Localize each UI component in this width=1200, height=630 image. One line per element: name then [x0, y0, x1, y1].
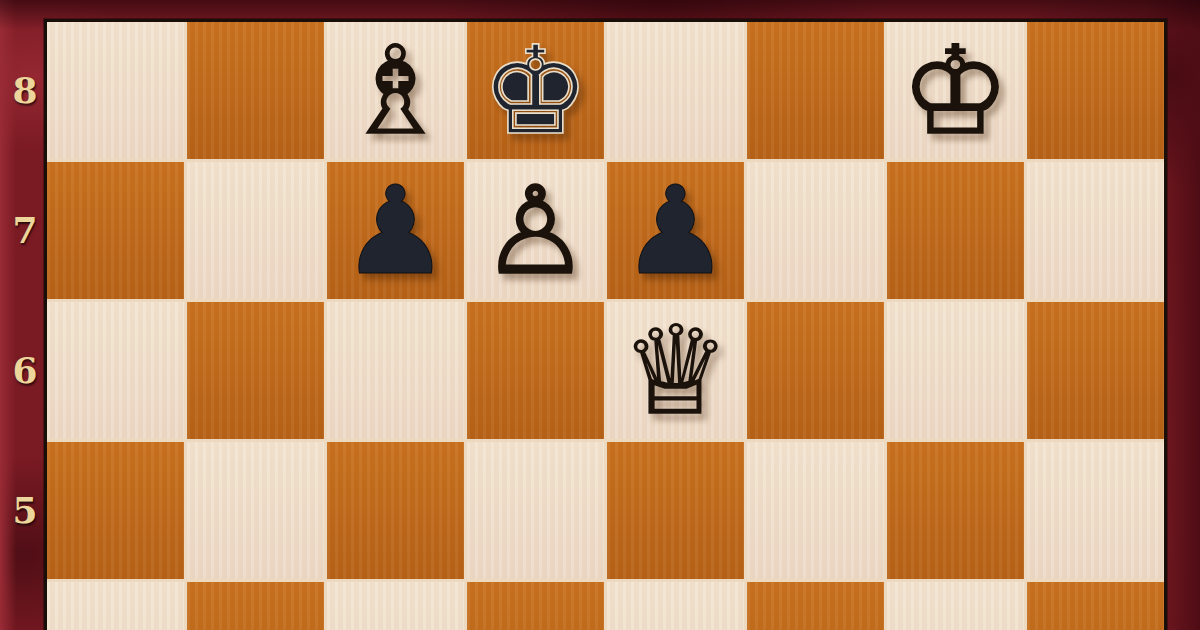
square-h8[interactable] — [1027, 22, 1164, 159]
black-pawn-c7: ♟ — [341, 170, 450, 292]
square-b5[interactable] — [187, 442, 324, 579]
white-bishop-c8: ♗ — [341, 30, 450, 152]
square-e6[interactable]: ♕ — [607, 302, 744, 439]
square-g4[interactable] — [887, 582, 1024, 630]
rank-label-6: 6 — [12, 349, 38, 391]
square-e8[interactable] — [607, 22, 744, 159]
square-f8[interactable] — [747, 22, 884, 159]
black-pawn-e7: ♟ — [621, 170, 730, 292]
square-c4[interactable] — [327, 582, 464, 630]
square-f5[interactable] — [747, 442, 884, 579]
square-c6[interactable] — [327, 302, 464, 439]
white-queen-e6: ♕ — [621, 310, 730, 432]
square-f4[interactable] — [747, 582, 884, 630]
black-king-d8: ♚ — [481, 30, 590, 152]
square-f6[interactable] — [747, 302, 884, 439]
square-d5[interactable] — [467, 442, 604, 579]
square-a5[interactable] — [47, 442, 184, 579]
square-d8[interactable]: ♚ — [467, 22, 604, 159]
square-e4[interactable] — [607, 582, 744, 630]
square-h5[interactable] — [1027, 442, 1164, 579]
square-h6[interactable] — [1027, 302, 1164, 439]
square-h7[interactable] — [1027, 162, 1164, 299]
rank-label-8: 8 — [12, 69, 38, 111]
square-c5[interactable] — [327, 442, 464, 579]
square-g5[interactable] — [887, 442, 1024, 579]
square-a8[interactable] — [47, 22, 184, 159]
square-g6[interactable] — [887, 302, 1024, 439]
square-b8[interactable] — [187, 22, 324, 159]
square-a4[interactable] — [47, 582, 184, 630]
square-d4[interactable] — [467, 582, 604, 630]
square-c8[interactable]: ♗ — [327, 22, 464, 159]
rank-label-7: 7 — [12, 209, 38, 251]
square-d6[interactable] — [467, 302, 604, 439]
square-a6[interactable] — [47, 302, 184, 439]
white-pawn-d7: ♙ — [481, 170, 590, 292]
square-e5[interactable] — [607, 442, 744, 579]
square-g7[interactable] — [887, 162, 1024, 299]
square-b7[interactable] — [187, 162, 324, 299]
square-d7[interactable]: ♙ — [467, 162, 604, 299]
square-c7[interactable]: ♟ — [327, 162, 464, 299]
square-g8[interactable]: ♔ — [887, 22, 1024, 159]
square-e7[interactable]: ♟ — [607, 162, 744, 299]
square-b6[interactable] — [187, 302, 324, 439]
chess-board: ♗♚♔♟♙♟♕ — [44, 19, 1167, 630]
white-king-g8: ♔ — [901, 30, 1010, 152]
square-f7[interactable] — [747, 162, 884, 299]
square-a7[interactable] — [47, 162, 184, 299]
rank-label-5: 5 — [12, 489, 38, 531]
square-h4[interactable] — [1027, 582, 1164, 630]
square-b4[interactable] — [187, 582, 324, 630]
